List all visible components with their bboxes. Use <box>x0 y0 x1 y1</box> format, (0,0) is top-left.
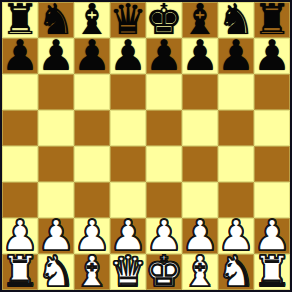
square-c4[interactable] <box>74 146 110 182</box>
square-f1[interactable]: ♝ <box>182 254 218 290</box>
black-pawn-piece[interactable]: ♟ <box>37 38 75 74</box>
square-g7[interactable]: ♟ <box>218 38 254 74</box>
square-a7[interactable]: ♟ <box>2 38 38 74</box>
square-h5[interactable] <box>254 110 290 146</box>
square-h4[interactable] <box>254 146 290 182</box>
square-a5[interactable] <box>2 110 38 146</box>
square-d5[interactable] <box>110 110 146 146</box>
black-pawn-piece[interactable]: ♟ <box>253 38 291 74</box>
square-d7[interactable]: ♟ <box>110 38 146 74</box>
square-e1[interactable]: ♚ <box>146 254 182 290</box>
square-e4[interactable] <box>146 146 182 182</box>
square-f4[interactable] <box>182 146 218 182</box>
white-rook-piece[interactable]: ♜ <box>253 254 291 290</box>
square-e6[interactable] <box>146 74 182 110</box>
square-g4[interactable] <box>218 146 254 182</box>
black-pawn-piece[interactable]: ♟ <box>181 38 219 74</box>
white-rook-piece[interactable]: ♜ <box>1 254 39 290</box>
square-d6[interactable] <box>110 74 146 110</box>
square-b1[interactable]: ♞ <box>38 254 74 290</box>
square-a4[interactable] <box>2 146 38 182</box>
square-e7[interactable]: ♟ <box>146 38 182 74</box>
chess-board-wrapper: ♜♞♝♛♚♝♞♜♟♟♟♟♟♟♟♟♟♟♟♟♟♟♟♟♜♞♝♛♚♝♞♜ <box>0 0 292 292</box>
square-e5[interactable] <box>146 110 182 146</box>
black-pawn-piece[interactable]: ♟ <box>1 38 39 74</box>
black-pawn-piece[interactable]: ♟ <box>73 38 111 74</box>
square-f6[interactable] <box>182 74 218 110</box>
square-c1[interactable]: ♝ <box>74 254 110 290</box>
chess-board[interactable]: ♜♞♝♛♚♝♞♜♟♟♟♟♟♟♟♟♟♟♟♟♟♟♟♟♜♞♝♛♚♝♞♜ <box>0 0 292 292</box>
square-c5[interactable] <box>74 110 110 146</box>
black-pawn-piece[interactable]: ♟ <box>109 38 147 74</box>
square-f5[interactable] <box>182 110 218 146</box>
square-b7[interactable]: ♟ <box>38 38 74 74</box>
white-king-piece[interactable]: ♚ <box>145 254 183 290</box>
black-pawn-piece[interactable]: ♟ <box>217 38 255 74</box>
square-g5[interactable] <box>218 110 254 146</box>
white-bishop-piece[interactable]: ♝ <box>73 254 111 290</box>
square-h7[interactable]: ♟ <box>254 38 290 74</box>
white-knight-piece[interactable]: ♞ <box>37 254 75 290</box>
square-a6[interactable] <box>2 74 38 110</box>
square-h1[interactable]: ♜ <box>254 254 290 290</box>
square-g6[interactable] <box>218 74 254 110</box>
square-c7[interactable]: ♟ <box>74 38 110 74</box>
square-c6[interactable] <box>74 74 110 110</box>
square-d1[interactable]: ♛ <box>110 254 146 290</box>
square-d4[interactable] <box>110 146 146 182</box>
square-b5[interactable] <box>38 110 74 146</box>
white-bishop-piece[interactable]: ♝ <box>181 254 219 290</box>
square-f7[interactable]: ♟ <box>182 38 218 74</box>
white-queen-piece[interactable]: ♛ <box>109 254 147 290</box>
square-g1[interactable]: ♞ <box>218 254 254 290</box>
square-b6[interactable] <box>38 74 74 110</box>
square-a1[interactable]: ♜ <box>2 254 38 290</box>
square-h6[interactable] <box>254 74 290 110</box>
square-b4[interactable] <box>38 146 74 182</box>
white-knight-piece[interactable]: ♞ <box>217 254 255 290</box>
black-pawn-piece[interactable]: ♟ <box>145 38 183 74</box>
